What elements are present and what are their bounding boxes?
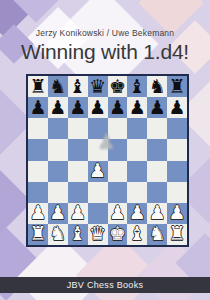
black-pawn-icon: ♟ <box>89 98 106 117</box>
square-a6 <box>28 118 48 139</box>
authors-line: Jerzy Konikowski / Uwe Bekemann <box>0 28 210 38</box>
square-g8: ♞ <box>147 76 167 97</box>
white-pawn-icon: ♟ <box>29 203 46 222</box>
square-g7: ♟ <box>147 97 167 118</box>
book-title: Winning with 1.d4! <box>0 40 210 64</box>
square-b3 <box>48 182 68 203</box>
square-a5 <box>28 139 48 160</box>
square-b8: ♞ <box>48 76 68 97</box>
chess-board: ♟ ♜♞♝♛♚♝♞♜♟♟♟♟♟♟♟♟♟♟♟♟♟♟♟♟♜♞♝♛♚♝♞♜ <box>26 74 189 247</box>
white-king-icon: ♚ <box>109 225 126 244</box>
square-b5 <box>48 139 68 160</box>
white-bishop-icon: ♝ <box>69 225 86 244</box>
square-c6 <box>68 118 88 139</box>
square-f3 <box>127 182 147 203</box>
square-b4 <box>48 161 68 182</box>
black-knight-icon: ♞ <box>149 77 166 96</box>
square-a8: ♜ <box>28 76 48 97</box>
white-pawn-icon: ♟ <box>89 161 106 180</box>
black-rook-icon: ♜ <box>29 77 46 96</box>
black-pawn-icon: ♟ <box>129 98 146 117</box>
white-knight-icon: ♞ <box>149 225 166 244</box>
square-e3 <box>108 182 128 203</box>
white-queen-icon: ♛ <box>89 225 106 244</box>
square-d7: ♟ <box>88 97 108 118</box>
book-cover: Jerzy Konikowski / Uwe Bekemann Winning … <box>0 0 210 300</box>
square-c8: ♝ <box>68 76 88 97</box>
square-f4 <box>127 161 147 182</box>
white-rook-icon: ♜ <box>169 225 186 244</box>
publisher-name: JBV Chess Books <box>67 280 144 290</box>
white-pawn-icon: ♟ <box>169 203 186 222</box>
white-pawn-icon: ♟ <box>69 203 86 222</box>
square-e4 <box>108 161 128 182</box>
black-king-icon: ♚ <box>109 77 126 96</box>
square-f7: ♟ <box>127 97 147 118</box>
square-e7: ♟ <box>108 97 128 118</box>
square-c3 <box>68 182 88 203</box>
white-pawn-icon: ♟ <box>149 203 166 222</box>
square-f1: ♝ <box>127 224 147 245</box>
square-d2 <box>88 203 108 224</box>
square-b7: ♟ <box>48 97 68 118</box>
square-c7: ♟ <box>68 97 88 118</box>
black-pawn-icon: ♟ <box>29 98 46 117</box>
square-h3 <box>167 182 187 203</box>
black-pawn-icon: ♟ <box>69 98 86 117</box>
black-pawn-icon: ♟ <box>109 98 126 117</box>
square-d4: ♟ <box>88 161 108 182</box>
square-h5 <box>167 139 187 160</box>
black-pawn-icon: ♟ <box>169 98 186 117</box>
square-f5 <box>127 139 147 160</box>
square-b6 <box>48 118 68 139</box>
square-h4 <box>167 161 187 182</box>
square-g5 <box>147 139 167 160</box>
black-knight-icon: ♞ <box>49 77 66 96</box>
square-e8: ♚ <box>108 76 128 97</box>
square-g6 <box>147 118 167 139</box>
square-g4 <box>147 161 167 182</box>
black-pawn-icon: ♟ <box>49 98 66 117</box>
black-bishop-icon: ♝ <box>69 77 86 96</box>
square-c1: ♝ <box>68 224 88 245</box>
square-b2: ♟ <box>48 203 68 224</box>
white-bishop-icon: ♝ <box>129 225 146 244</box>
moving-pawn-ghost-icon: ♟ <box>97 132 116 153</box>
square-d3 <box>88 182 108 203</box>
square-f8: ♝ <box>127 76 147 97</box>
square-g1: ♞ <box>147 224 167 245</box>
square-c2: ♟ <box>68 203 88 224</box>
white-rook-icon: ♜ <box>29 225 46 244</box>
square-c4 <box>68 161 88 182</box>
square-g2: ♟ <box>147 203 167 224</box>
square-b1: ♞ <box>48 224 68 245</box>
square-d8: ♛ <box>88 76 108 97</box>
publisher-bar: JBV Chess Books <box>0 277 210 293</box>
square-h7: ♟ <box>167 97 187 118</box>
square-f2: ♟ <box>127 203 147 224</box>
square-h1: ♜ <box>167 224 187 245</box>
square-h6 <box>167 118 187 139</box>
square-e1: ♚ <box>108 224 128 245</box>
black-bishop-icon: ♝ <box>129 77 146 96</box>
white-pawn-icon: ♟ <box>49 203 66 222</box>
white-pawn-icon: ♟ <box>109 203 126 222</box>
white-knight-icon: ♞ <box>49 225 66 244</box>
square-f6 <box>127 118 147 139</box>
square-d1: ♛ <box>88 224 108 245</box>
square-g3 <box>147 182 167 203</box>
square-a7: ♟ <box>28 97 48 118</box>
square-a4 <box>28 161 48 182</box>
square-h2: ♟ <box>167 203 187 224</box>
square-a3 <box>28 182 48 203</box>
black-queen-icon: ♛ <box>89 77 106 96</box>
square-a1: ♜ <box>28 224 48 245</box>
square-e2: ♟ <box>108 203 128 224</box>
square-a2: ♟ <box>28 203 48 224</box>
white-pawn-icon: ♟ <box>129 203 146 222</box>
black-rook-icon: ♜ <box>169 77 186 96</box>
square-h8: ♜ <box>167 76 187 97</box>
black-pawn-icon: ♟ <box>149 98 166 117</box>
square-c5 <box>68 139 88 160</box>
